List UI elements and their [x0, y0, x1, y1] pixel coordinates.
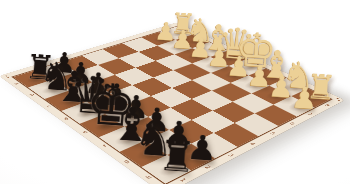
square-d8: ♛ [210, 51, 246, 66]
chess-set-product-photo: ♜♟♞♟♝♟♛♟♚♟♝♟♟♞♜♟♟♜♞♟♟♝♟♛♟♚♟♝♟♞♟♜ abcdefg… [0, 0, 350, 184]
board-squares: ♜♟♞♟♝♟♛♟♚♟♝♟♟♞♜♟♟♜♞♟♟♝♟♛♟♚♟♝♟♞♟♜ [13, 27, 331, 184]
square-e5 [172, 80, 212, 99]
border-dot [7, 77, 10, 78]
square-b2: ♟ [53, 72, 93, 90]
border-dot [338, 100, 341, 101]
chess-board: ♜♟♞♟♝♟♛♟♚♟♝♟♟♞♜♟♟♜♞♟♟♝♟♛♟♚♟♝♟♞♟♜ abcdefg… [0, 23, 344, 184]
border-dot [179, 25, 181, 26]
piece-shadow [150, 157, 195, 182]
